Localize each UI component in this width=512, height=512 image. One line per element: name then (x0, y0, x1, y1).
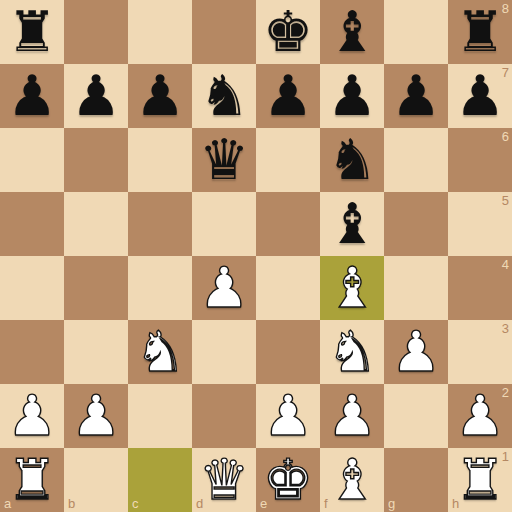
square-c3[interactable]: ♞ (128, 320, 192, 384)
square-c1[interactable]: c (128, 448, 192, 512)
rank-label-3: 3 (502, 321, 509, 336)
square-d3[interactable] (192, 320, 256, 384)
square-e8[interactable]: ♚ (256, 0, 320, 64)
square-g1[interactable]: g (384, 448, 448, 512)
white-pawn[interactable]: ♟ (384, 320, 448, 384)
black-knight[interactable]: ♞ (192, 64, 256, 128)
white-knight[interactable]: ♞ (128, 320, 192, 384)
square-h3[interactable]: 3 (448, 320, 512, 384)
square-d5[interactable] (192, 192, 256, 256)
square-f6[interactable]: ♞ (320, 128, 384, 192)
square-b7[interactable]: ♟ (64, 64, 128, 128)
square-d6[interactable]: ♛ (192, 128, 256, 192)
white-pawn[interactable]: ♟ (192, 256, 256, 320)
black-rook[interactable]: ♜ (448, 0, 512, 64)
square-d4[interactable]: ♟ (192, 256, 256, 320)
black-pawn[interactable]: ♟ (320, 64, 384, 128)
square-g2[interactable] (384, 384, 448, 448)
black-bishop[interactable]: ♝ (320, 0, 384, 64)
square-b5[interactable] (64, 192, 128, 256)
file-label-c: c (132, 496, 139, 511)
square-a2[interactable]: ♟ (0, 384, 64, 448)
white-pawn[interactable]: ♟ (256, 384, 320, 448)
square-d7[interactable]: ♞ (192, 64, 256, 128)
black-knight[interactable]: ♞ (320, 128, 384, 192)
black-pawn[interactable]: ♟ (64, 64, 128, 128)
rank-label-5: 5 (502, 193, 509, 208)
black-queen[interactable]: ♛ (192, 128, 256, 192)
square-d2[interactable] (192, 384, 256, 448)
square-a6[interactable] (0, 128, 64, 192)
square-a7[interactable]: ♟ (0, 64, 64, 128)
black-pawn[interactable]: ♟ (128, 64, 192, 128)
black-bishop[interactable]: ♝ (320, 192, 384, 256)
white-rook[interactable]: ♜ (448, 448, 512, 512)
square-c6[interactable] (128, 128, 192, 192)
square-h8[interactable]: ♜8 (448, 0, 512, 64)
square-e1[interactable]: ♚e (256, 448, 320, 512)
white-knight[interactable]: ♞ (320, 320, 384, 384)
square-h1[interactable]: ♜1h (448, 448, 512, 512)
square-f3[interactable]: ♞ (320, 320, 384, 384)
black-pawn[interactable]: ♟ (448, 64, 512, 128)
rank-label-4: 4 (502, 257, 509, 272)
square-g6[interactable] (384, 128, 448, 192)
file-label-b: b (68, 496, 75, 511)
square-d8[interactable] (192, 0, 256, 64)
white-rook[interactable]: ♜ (0, 448, 64, 512)
black-rook[interactable]: ♜ (0, 0, 64, 64)
square-b2[interactable]: ♟ (64, 384, 128, 448)
square-g8[interactable] (384, 0, 448, 64)
square-e3[interactable] (256, 320, 320, 384)
square-g5[interactable] (384, 192, 448, 256)
white-pawn[interactable]: ♟ (448, 384, 512, 448)
square-c4[interactable] (128, 256, 192, 320)
black-pawn[interactable]: ♟ (256, 64, 320, 128)
rank-label-6: 6 (502, 129, 509, 144)
square-h4[interactable]: 4 (448, 256, 512, 320)
square-b3[interactable] (64, 320, 128, 384)
black-pawn[interactable]: ♟ (0, 64, 64, 128)
square-f7[interactable]: ♟ (320, 64, 384, 128)
square-g7[interactable]: ♟ (384, 64, 448, 128)
square-e4[interactable] (256, 256, 320, 320)
square-h5[interactable]: 5 (448, 192, 512, 256)
square-d1[interactable]: ♛d (192, 448, 256, 512)
square-f2[interactable]: ♟ (320, 384, 384, 448)
white-bishop[interactable]: ♝ (320, 448, 384, 512)
white-bishop[interactable]: ♝ (320, 256, 384, 320)
square-e2[interactable]: ♟ (256, 384, 320, 448)
square-h2[interactable]: ♟2 (448, 384, 512, 448)
square-f8[interactable]: ♝ (320, 0, 384, 64)
square-a1[interactable]: ♜a (0, 448, 64, 512)
square-f1[interactable]: ♝f (320, 448, 384, 512)
square-a5[interactable] (0, 192, 64, 256)
file-label-g: g (388, 496, 395, 511)
white-pawn[interactable]: ♟ (320, 384, 384, 448)
square-e6[interactable] (256, 128, 320, 192)
black-king[interactable]: ♚ (256, 0, 320, 64)
square-b8[interactable] (64, 0, 128, 64)
white-pawn[interactable]: ♟ (0, 384, 64, 448)
square-e7[interactable]: ♟ (256, 64, 320, 128)
square-f4[interactable]: ♝ (320, 256, 384, 320)
square-c2[interactable] (128, 384, 192, 448)
white-pawn[interactable]: ♟ (64, 384, 128, 448)
square-c5[interactable] (128, 192, 192, 256)
square-f5[interactable]: ♝ (320, 192, 384, 256)
square-b4[interactable] (64, 256, 128, 320)
square-a4[interactable] (0, 256, 64, 320)
square-g3[interactable]: ♟ (384, 320, 448, 384)
square-a3[interactable] (0, 320, 64, 384)
square-g4[interactable] (384, 256, 448, 320)
black-pawn[interactable]: ♟ (384, 64, 448, 128)
square-b1[interactable]: b (64, 448, 128, 512)
square-e5[interactable] (256, 192, 320, 256)
square-c7[interactable]: ♟ (128, 64, 192, 128)
chess-board: ♜♚♝♜8♟♟♟♞♟♟♟♟7♛♞6♝5♟♝4♞♞♟3♟♟♟♟♟2♜abc♛d♚e… (0, 0, 512, 512)
square-h7[interactable]: ♟7 (448, 64, 512, 128)
white-queen[interactable]: ♛ (192, 448, 256, 512)
square-c8[interactable] (128, 0, 192, 64)
square-h6[interactable]: 6 (448, 128, 512, 192)
square-b6[interactable] (64, 128, 128, 192)
square-a8[interactable]: ♜ (0, 0, 64, 64)
white-king[interactable]: ♚ (256, 448, 320, 512)
